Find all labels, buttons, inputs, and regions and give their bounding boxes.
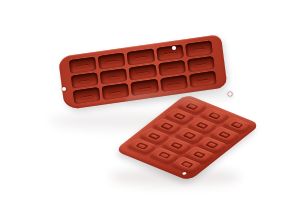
cavity-cell [71,72,99,89]
cavity-cell [100,68,128,85]
recess-floor [188,104,195,108]
bump-top-recess [148,132,161,139]
cavity-cell [127,48,155,65]
recess-floor [233,123,240,127]
cavity-cell [158,60,186,77]
cavity-floor-pip [164,53,176,59]
hanging-hole-icon [228,92,232,96]
cavity-floor-pip [110,91,122,97]
cavity-cell [189,71,217,88]
bump-top-recess [208,112,221,119]
recess-floor [138,144,145,148]
bump-top-recess [170,142,183,149]
bump-top-recess [193,151,206,158]
recess-floor [196,153,203,157]
cavity-floor-pip [106,61,118,67]
bump-top-recess [158,152,171,159]
cavity-cell [102,83,130,100]
cavity-cell [156,44,184,61]
recess-floor [151,134,158,138]
hanging-hole-icon [182,171,188,174]
recess-floor [176,114,183,118]
recess-floor [186,133,193,137]
cavity-floor-pip [195,64,207,70]
cavity-floor-pip [139,87,151,93]
cavity-cell [69,57,97,74]
cavity-floor-pip [135,57,147,63]
hanging-hole-icon [172,46,176,50]
bump-top-recess [185,103,198,110]
cavity-floor-pip [79,80,91,86]
product-photo [0,0,290,218]
recess-floor [173,143,180,147]
cavity-floor-pip [137,72,149,78]
cavity-cell [129,64,157,81]
cavity-floor-pip [193,49,205,55]
hanging-hole-icon [62,87,66,91]
cavity-floor-pip [108,76,120,82]
cavity-floor-pip [168,83,180,89]
cavity-cell [98,53,126,70]
recess-floor [198,124,205,128]
bump-top-recess [183,132,196,139]
recess-floor [183,162,190,166]
bump-top-recess [205,141,218,148]
cavity-cell [187,56,215,73]
cavity-floor-pip [197,79,209,85]
cavity-floor-pip [166,68,178,74]
recess-floor [163,124,170,128]
cavity-cell [73,87,101,104]
recess-floor [221,133,228,137]
cavity-floor-pip [77,65,89,71]
bump-top-recess [230,121,243,128]
mold-front-bump-side [114,94,260,181]
bump-top-recess [195,122,208,129]
cavity-cell [160,75,188,92]
recess-floor [211,114,218,118]
bump-top-recess [180,161,193,168]
cavity-floor-pip [81,95,93,101]
cavity-cell [185,40,213,57]
bump-top-recess [160,123,173,130]
recess-floor [208,143,215,147]
bump-top-recess [173,113,186,120]
cavity-cell [131,79,159,96]
recess-floor [161,153,168,157]
bump-top-recess [218,131,231,138]
mold-back-cavity-side [58,34,228,110]
bump-top-recess [135,142,148,149]
